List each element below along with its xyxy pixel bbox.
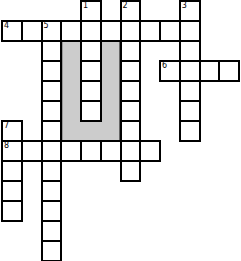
clue-number-7: 7: [4, 121, 9, 130]
cell-r0c4[interactable]: 1: [80, 0, 102, 22]
cell-r2c6[interactable]: [120, 40, 142, 62]
clue-number-6: 6: [162, 61, 167, 70]
cell-r1c5[interactable]: [100, 20, 122, 42]
cell-r5c4[interactable]: [80, 100, 102, 122]
cell-r11c2[interactable]: [41, 220, 63, 242]
cell-r3c2[interactable]: [41, 60, 63, 82]
cell-r8c2[interactable]: [41, 160, 63, 182]
cell-r10c2[interactable]: [41, 200, 63, 222]
clue-number-2: 2: [123, 1, 128, 10]
cell-r4c6[interactable]: [120, 80, 142, 102]
cell-r4c9[interactable]: [179, 80, 201, 102]
cell-r5c2[interactable]: [41, 100, 63, 122]
cell-r5c9[interactable]: [179, 100, 201, 122]
cell-r1c6[interactable]: [120, 20, 142, 42]
cell-r12c2[interactable]: [41, 240, 63, 261]
cell-r9c0[interactable]: [1, 180, 23, 202]
crossword-board: 12345678: [0, 0, 241, 261]
cell-r8c0[interactable]: [1, 160, 23, 182]
cell-r7c3[interactable]: [60, 140, 82, 162]
cell-r6c6[interactable]: [120, 120, 142, 142]
clue-number-5: 5: [44, 21, 49, 30]
cell-r0c9[interactable]: 3: [179, 0, 201, 22]
cell-r7c1[interactable]: [21, 140, 43, 162]
cell-r8c6[interactable]: [120, 160, 142, 182]
cell-r3c11[interactable]: [218, 60, 240, 82]
clue-number-4: 4: [4, 21, 9, 30]
cell-r6c9[interactable]: [179, 120, 201, 142]
cell-r1c9[interactable]: [179, 20, 201, 42]
cell-r7c4[interactable]: [80, 140, 102, 162]
cell-r3c6[interactable]: [120, 60, 142, 82]
cell-r4c2[interactable]: [41, 80, 63, 102]
cell-r1c4[interactable]: [80, 20, 102, 42]
cell-r4c4[interactable]: [80, 80, 102, 102]
cell-r7c0[interactable]: 8: [1, 140, 23, 162]
clue-number-3: 3: [182, 1, 187, 10]
cell-r10c0[interactable]: [1, 200, 23, 222]
cell-r3c8[interactable]: 6: [159, 60, 181, 82]
cell-r1c7[interactable]: [139, 20, 161, 42]
cell-r7c7[interactable]: [139, 140, 161, 162]
cell-r1c2[interactable]: 5: [41, 20, 63, 42]
cell-r1c1[interactable]: [21, 20, 43, 42]
clue-number-1: 1: [83, 1, 88, 10]
cell-r1c8[interactable]: [159, 20, 181, 42]
cell-r6c0[interactable]: 7: [1, 120, 23, 142]
cell-r9c2[interactable]: [41, 180, 63, 202]
cell-r2c2[interactable]: [41, 40, 63, 62]
cell-r3c10[interactable]: [199, 60, 221, 82]
cell-r5c6[interactable]: [120, 100, 142, 122]
cell-r0c6[interactable]: 2: [120, 0, 142, 22]
cell-r7c6[interactable]: [120, 140, 142, 162]
cell-r3c4[interactable]: [80, 60, 102, 82]
cell-r7c5[interactable]: [100, 140, 122, 162]
clue-number-8: 8: [4, 141, 9, 150]
cell-r1c3[interactable]: [60, 20, 82, 42]
cell-r7c2[interactable]: [41, 140, 63, 162]
cell-r1c0[interactable]: 4: [1, 20, 23, 42]
cell-r2c9[interactable]: [179, 40, 201, 62]
cell-r2c4[interactable]: [80, 40, 102, 62]
cell-r6c2[interactable]: [41, 120, 63, 142]
cell-r3c9[interactable]: [179, 60, 201, 82]
